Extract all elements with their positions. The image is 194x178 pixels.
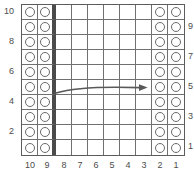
circle-stitch-icon — [171, 67, 181, 77]
chart-cell — [88, 65, 104, 80]
chart-cell — [136, 80, 152, 95]
circle-stitch-icon — [155, 127, 165, 137]
circle-stitch-icon — [25, 112, 35, 122]
column-label: 4 — [120, 159, 136, 171]
chart-cell — [72, 95, 88, 110]
chart-cell — [152, 35, 168, 50]
chart-cell — [120, 95, 136, 110]
circle-stitch-icon — [25, 97, 35, 107]
chart-cell — [168, 140, 184, 155]
row-label-left: 4 — [0, 94, 17, 109]
column-labels-bottom: 10987654321 — [22, 159, 184, 171]
chart-cell — [152, 65, 168, 80]
row-label-left: 6 — [0, 64, 17, 79]
column-label: 8 — [56, 159, 72, 171]
circle-stitch-icon — [155, 52, 165, 62]
knitting-chart: 108642 97531 10987654321 — [0, 0, 194, 178]
circle-stitch-icon — [171, 37, 181, 47]
chart-cell — [104, 140, 120, 155]
circle-stitch-icon — [25, 37, 35, 47]
chart-cell — [22, 140, 38, 155]
circle-stitch-icon — [155, 37, 165, 47]
chart-cell — [56, 20, 72, 35]
column-label: 3 — [136, 159, 152, 171]
row-label-right: 9 — [188, 19, 194, 34]
chart-cell — [56, 65, 72, 80]
chart-cell — [56, 5, 72, 20]
circle-stitch-icon — [155, 7, 165, 17]
chart-cell — [120, 50, 136, 65]
circle-stitch-icon — [171, 127, 181, 137]
circle-stitch-icon — [171, 82, 181, 92]
chart-cell — [88, 20, 104, 35]
chart-cell — [88, 50, 104, 65]
circle-stitch-icon — [171, 22, 181, 32]
column-label: 6 — [88, 159, 104, 171]
chart-cell — [88, 140, 104, 155]
column-label: 2 — [152, 159, 168, 171]
chart-cell — [38, 110, 56, 125]
column-label: 10 — [22, 159, 38, 171]
chart-cell — [168, 95, 184, 110]
chart-cell — [22, 125, 38, 140]
chart-cell — [22, 95, 38, 110]
column-label: 9 — [38, 159, 56, 171]
row-label-left: 10 — [0, 4, 17, 19]
circle-stitch-icon — [171, 143, 181, 153]
chart-cell — [136, 50, 152, 65]
chart-cell — [72, 80, 88, 95]
chart-cell — [152, 5, 168, 20]
chart-cell — [38, 50, 56, 65]
chart-cell — [136, 35, 152, 50]
chart-cell — [22, 80, 38, 95]
chart-cell — [22, 35, 38, 50]
chart-cell — [136, 65, 152, 80]
chart-cell — [22, 110, 38, 125]
chart-cell — [136, 95, 152, 110]
chart-grid — [21, 4, 185, 156]
circle-stitch-icon — [40, 97, 50, 107]
chart-cell — [104, 125, 120, 140]
chart-cell — [120, 140, 136, 155]
chart-cell — [104, 95, 120, 110]
chart-cell — [136, 5, 152, 20]
chart-cell — [104, 50, 120, 65]
chart-cell — [72, 35, 88, 50]
row-label-right: 3 — [188, 109, 194, 124]
circle-stitch-icon — [25, 22, 35, 32]
chart-cell — [38, 140, 56, 155]
chart-cell — [22, 5, 38, 20]
row-label-right: 5 — [188, 79, 194, 94]
row-label-right: 1 — [188, 139, 194, 154]
circle-stitch-icon — [171, 97, 181, 107]
circle-stitch-icon — [171, 7, 181, 17]
chart-cell — [168, 125, 184, 140]
circle-stitch-icon — [40, 7, 50, 17]
chart-cell — [136, 110, 152, 125]
circle-stitch-icon — [155, 143, 165, 153]
chart-cell — [72, 65, 88, 80]
chart-cell — [104, 20, 120, 35]
circle-stitch-icon — [40, 127, 50, 137]
chart-cell — [136, 20, 152, 35]
chart-cell — [168, 35, 184, 50]
chart-cell — [104, 5, 120, 20]
row-label-right: 7 — [188, 49, 194, 64]
chart-cell — [88, 5, 104, 20]
circle-stitch-icon — [40, 37, 50, 47]
circle-stitch-icon — [25, 127, 35, 137]
chart-cell — [120, 65, 136, 80]
circle-stitch-icon — [155, 67, 165, 77]
chart-cell — [38, 35, 56, 50]
chart-cell — [38, 5, 56, 20]
circle-stitch-icon — [40, 22, 50, 32]
chart-cell — [136, 140, 152, 155]
chart-cell — [88, 110, 104, 125]
row-label-left: 8 — [0, 34, 17, 49]
circle-stitch-icon — [25, 82, 35, 92]
chart-cell — [72, 50, 88, 65]
chart-cell — [38, 65, 56, 80]
circle-stitch-icon — [40, 112, 50, 122]
chart-cell — [72, 20, 88, 35]
chart-cell — [120, 125, 136, 140]
column-label: 7 — [72, 159, 88, 171]
chart-cell — [56, 140, 72, 155]
chart-cell — [38, 95, 56, 110]
circle-stitch-icon — [40, 143, 50, 153]
chart-cell — [72, 110, 88, 125]
circle-stitch-icon — [155, 22, 165, 32]
chart-cell — [168, 110, 184, 125]
chart-cell — [38, 125, 56, 140]
chart-cell — [104, 65, 120, 80]
row-labels-right: 97531 — [188, 4, 194, 154]
chart-cell — [22, 65, 38, 80]
chart-cell — [56, 35, 72, 50]
chart-cell — [168, 65, 184, 80]
circle-stitch-icon — [155, 97, 165, 107]
column-label: 1 — [168, 159, 184, 171]
circle-stitch-icon — [40, 67, 50, 77]
chart-cell — [88, 125, 104, 140]
chart-cell — [88, 80, 104, 95]
column-label: 5 — [104, 159, 120, 171]
chart-cell — [152, 80, 168, 95]
circle-stitch-icon — [25, 143, 35, 153]
chart-cell — [168, 50, 184, 65]
chart-cell — [22, 20, 38, 35]
chart-cell — [72, 5, 88, 20]
row-label-left: 2 — [0, 124, 17, 139]
chart-cell — [56, 80, 72, 95]
chart-cell — [152, 20, 168, 35]
chart-cell — [120, 35, 136, 50]
chart-cell — [38, 80, 56, 95]
circle-stitch-icon — [155, 82, 165, 92]
chart-cell — [56, 110, 72, 125]
circle-stitch-icon — [171, 52, 181, 62]
circle-stitch-icon — [155, 112, 165, 122]
chart-cell — [120, 20, 136, 35]
circle-stitch-icon — [25, 67, 35, 77]
chart-cell — [120, 5, 136, 20]
chart-cell — [120, 110, 136, 125]
chart-cell — [22, 50, 38, 65]
chart-cell — [168, 5, 184, 20]
row-labels-left: 108642 — [0, 4, 17, 154]
circle-stitch-icon — [40, 52, 50, 62]
chart-cell — [38, 20, 56, 35]
chart-cell — [136, 125, 152, 140]
circle-stitch-icon — [25, 52, 35, 62]
chart-cell — [152, 140, 168, 155]
chart-cell — [56, 125, 72, 140]
circle-stitch-icon — [25, 7, 35, 17]
circle-stitch-icon — [40, 82, 50, 92]
chart-cell — [56, 95, 72, 110]
chart-cell — [72, 125, 88, 140]
chart-cell — [152, 50, 168, 65]
chart-cell — [72, 140, 88, 155]
chart-cell — [104, 80, 120, 95]
chart-cell — [168, 20, 184, 35]
chart-cell — [88, 35, 104, 50]
chart-cell — [104, 35, 120, 50]
chart-cell — [120, 80, 136, 95]
chart-cell — [88, 95, 104, 110]
chart-cell — [152, 110, 168, 125]
chart-cell — [56, 50, 72, 65]
chart-cell — [152, 95, 168, 110]
chart-cell — [104, 110, 120, 125]
circle-stitch-icon — [171, 112, 181, 122]
chart-cell — [168, 80, 184, 95]
chart-cell — [152, 125, 168, 140]
